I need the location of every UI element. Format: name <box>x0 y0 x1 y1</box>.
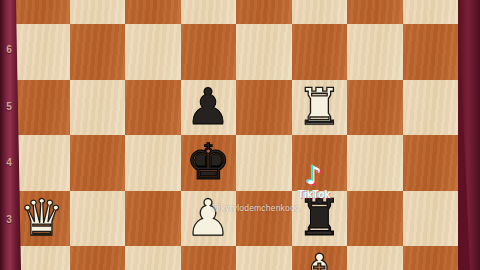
tiktok-note-icon: ♪ ♪ ♪ <box>292 161 336 191</box>
square-d5: ♟ <box>181 80 237 136</box>
tiktok-note-white-layer: ♪ <box>292 161 336 191</box>
square-h6 <box>403 24 459 80</box>
square-b4 <box>70 135 126 191</box>
username-watermark: @kyrylodemchenkooo <box>212 203 300 213</box>
square-e2 <box>236 246 292 270</box>
square-c2 <box>125 246 181 270</box>
square-d6 <box>181 24 237 80</box>
square-d4: ♚ <box>181 135 237 191</box>
square-b3 <box>70 191 126 247</box>
square-h2 <box>403 246 459 270</box>
square-c7 <box>125 0 181 24</box>
square-g7 <box>347 0 403 24</box>
square-e4 <box>236 135 292 191</box>
square-g4 <box>347 135 403 191</box>
square-a7 <box>14 0 70 24</box>
square-d3: ♟ <box>181 191 237 247</box>
square-a4 <box>14 135 70 191</box>
square-c6 <box>125 24 181 80</box>
square-c5 <box>125 80 181 136</box>
white-bishop: ♝ <box>292 246 348 270</box>
black-king: ♚ <box>181 135 237 191</box>
square-b7 <box>70 0 126 24</box>
square-f2: ♝ <box>292 246 348 270</box>
white-rook: ♜ <box>292 80 348 136</box>
square-b5 <box>70 80 126 136</box>
square-g6 <box>347 24 403 80</box>
square-c3 <box>125 191 181 247</box>
chess-board: ♟♜♚♛♟♜♝ <box>14 0 458 270</box>
square-b6 <box>70 24 126 80</box>
square-h3 <box>403 191 459 247</box>
square-c4 <box>125 135 181 191</box>
square-a5 <box>14 80 70 136</box>
rank-label-4: 4 <box>3 157 15 168</box>
square-e7 <box>236 0 292 24</box>
square-f5: ♜ <box>292 80 348 136</box>
square-g2 <box>347 246 403 270</box>
white-pawn: ♟ <box>181 191 237 247</box>
rank-label-6: 6 <box>3 44 15 55</box>
right-pillar <box>458 0 480 270</box>
square-d2 <box>181 246 237 270</box>
square-h4 <box>403 135 459 191</box>
square-h5 <box>403 80 459 136</box>
square-f7 <box>292 0 348 24</box>
video-frame: ♟♜♚♛♟♜♝ 6 5 4 3 ♪ ♪ ♪ TikTok @kyrylodemc… <box>0 0 480 270</box>
black-pawn: ♟ <box>181 80 237 136</box>
square-h7 <box>403 0 459 24</box>
square-b2 <box>70 246 126 270</box>
square-g3 <box>347 191 403 247</box>
square-e3 <box>236 191 292 247</box>
tiktok-watermark: ♪ ♪ ♪ TikTok <box>292 161 336 200</box>
square-g5 <box>347 80 403 136</box>
rank-label-3: 3 <box>3 214 15 225</box>
square-d7 <box>181 0 237 24</box>
square-f6 <box>292 24 348 80</box>
square-a2 <box>14 246 70 270</box>
white-queen: ♛ <box>14 191 70 247</box>
square-a6 <box>14 24 70 80</box>
square-a3: ♛ <box>14 191 70 247</box>
rank-label-5: 5 <box>3 101 15 112</box>
square-e6 <box>236 24 292 80</box>
square-e5 <box>236 80 292 136</box>
